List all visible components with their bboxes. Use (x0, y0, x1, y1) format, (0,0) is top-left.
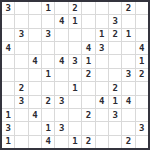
empty-cell-r10c3[interactable] (29, 122, 41, 134)
clue-cell-r4c8: 3 (96, 42, 108, 54)
empty-cell-r6c5[interactable] (55, 69, 67, 81)
clue-cell-r5c3: 4 (29, 55, 41, 67)
clue-cell-r9c1: 1 (2, 109, 14, 121)
empty-cell-r1c8[interactable] (96, 2, 108, 14)
clue-cell-r1c10: 2 (122, 2, 134, 14)
clue-cell-r6c4: 1 (42, 69, 54, 81)
clue-cell-r10c4: 1 (42, 122, 54, 134)
empty-cell-r6c2[interactable] (15, 69, 27, 81)
clue-cell-r8c8: 4 (96, 96, 108, 108)
empty-cell-r9c4[interactable] (42, 109, 54, 121)
empty-cell-r6c8[interactable] (96, 69, 108, 81)
clue-cell-r1c6: 2 (69, 2, 81, 14)
clue-cell-r6c7: 2 (82, 69, 94, 81)
clue-cell-r4c7: 4 (82, 42, 94, 54)
clue-cell-r4c11: 4 (136, 42, 148, 54)
empty-cell-r11c8[interactable] (96, 136, 108, 148)
clue-cell-r6c11: 2 (136, 69, 148, 81)
empty-cell-r7c7[interactable] (82, 82, 94, 94)
clue-cell-r11c1: 1 (2, 136, 14, 148)
empty-cell-r1c7[interactable] (82, 2, 94, 14)
empty-cell-r7c10[interactable] (122, 82, 134, 94)
clue-cell-r10c5: 3 (55, 122, 67, 134)
empty-cell-r11c5[interactable] (55, 136, 67, 148)
empty-cell-r6c3[interactable] (29, 69, 41, 81)
clue-cell-r4c1: 4 (2, 42, 14, 54)
clue-cell-r10c1: 3 (2, 122, 14, 134)
clue-cell-r11c6: 1 (69, 136, 81, 148)
clue-cell-r8c2: 3 (15, 96, 27, 108)
empty-cell-r11c9[interactable] (109, 136, 121, 148)
empty-cell-r9c8[interactable] (96, 109, 108, 121)
empty-cell-r2c11[interactable] (136, 15, 148, 27)
empty-cell-r4c10[interactable] (122, 42, 134, 54)
empty-cell-r1c2[interactable] (15, 2, 27, 14)
empty-cell-r8c1[interactable] (2, 96, 14, 108)
clue-cell-r2c9: 3 (109, 15, 121, 27)
empty-cell-r1c5[interactable] (55, 2, 67, 14)
empty-cell-r10c9[interactable] (109, 122, 121, 134)
empty-cell-r8c3[interactable] (29, 96, 41, 108)
clue-cell-r3c10: 1 (122, 29, 134, 41)
empty-cell-r3c3[interactable] (29, 29, 41, 41)
empty-cell-r8c6[interactable] (69, 96, 81, 108)
clue-cell-r10c11: 3 (136, 122, 148, 134)
empty-cell-r4c9[interactable] (109, 42, 121, 54)
clue-cell-r5c5: 4 (55, 55, 67, 67)
empty-cell-r5c4[interactable] (42, 55, 54, 67)
empty-cell-r2c3[interactable] (29, 15, 41, 27)
empty-cell-r7c11[interactable] (136, 82, 148, 94)
empty-cell-r3c11[interactable] (136, 29, 148, 41)
clue-cell-r9c9: 3 (109, 109, 121, 121)
empty-cell-r6c1[interactable] (2, 69, 14, 81)
clue-cell-r2c5: 4 (55, 15, 67, 27)
empty-cell-r2c2[interactable] (15, 15, 27, 27)
empty-cell-r8c7[interactable] (82, 96, 94, 108)
clue-cell-r3c8: 1 (96, 29, 108, 41)
empty-cell-r6c9[interactable] (109, 69, 121, 81)
empty-cell-r1c9[interactable] (109, 2, 121, 14)
clue-cell-r7c9: 2 (109, 82, 121, 94)
empty-cell-r11c3[interactable] (29, 136, 41, 148)
empty-cell-r7c8[interactable] (96, 82, 108, 94)
empty-cell-r5c1[interactable] (2, 55, 14, 67)
empty-cell-r10c8[interactable] (96, 122, 108, 134)
puzzle-board: 3122413331214434443111232212323414142331… (0, 0, 150, 150)
clue-cell-r8c4: 2 (42, 96, 54, 108)
empty-cell-r7c4[interactable] (42, 82, 54, 94)
empty-cell-r11c11[interactable] (136, 136, 148, 148)
empty-cell-r5c9[interactable] (109, 55, 121, 67)
clue-cell-r8c10: 4 (122, 96, 134, 108)
clue-cell-r11c10: 2 (122, 136, 134, 148)
clue-cell-r9c7: 2 (82, 109, 94, 121)
empty-cell-r10c7[interactable] (82, 122, 94, 134)
empty-cell-r4c3[interactable] (29, 42, 41, 54)
empty-cell-r10c6[interactable] (69, 122, 81, 134)
empty-cell-r10c2[interactable] (15, 122, 27, 134)
empty-cell-r6c6[interactable] (69, 69, 81, 81)
clue-cell-r1c1: 3 (2, 2, 14, 14)
empty-cell-r1c3[interactable] (29, 2, 41, 14)
empty-cell-r2c1[interactable] (2, 15, 14, 27)
empty-cell-r4c6[interactable] (69, 42, 81, 54)
empty-cell-r2c8[interactable] (96, 15, 108, 27)
clue-cell-r5c7: 1 (82, 55, 94, 67)
empty-cell-r1c11[interactable] (136, 2, 148, 14)
empty-cell-r9c2[interactable] (15, 109, 27, 121)
empty-cell-r2c4[interactable] (42, 15, 54, 27)
empty-cell-r4c4[interactable] (42, 42, 54, 54)
empty-cell-r11c2[interactable] (15, 136, 27, 148)
clue-cell-r3c9: 2 (109, 29, 121, 41)
clue-cell-r11c4: 4 (42, 136, 54, 148)
clue-cell-r5c11: 1 (136, 55, 148, 67)
clue-cell-r5c6: 3 (69, 55, 81, 67)
clue-cell-r7c2: 2 (15, 82, 27, 94)
empty-cell-r2c10[interactable] (122, 15, 134, 27)
empty-cell-r4c5[interactable] (55, 42, 67, 54)
empty-cell-r3c6[interactable] (69, 29, 81, 41)
clue-cell-r11c7: 2 (82, 136, 94, 148)
empty-cell-r5c10[interactable] (122, 55, 134, 67)
empty-cell-r7c5[interactable] (55, 82, 67, 94)
clue-cell-r3c4: 3 (42, 29, 54, 41)
empty-cell-r10c10[interactable] (122, 122, 134, 134)
clue-cell-r7c6: 1 (69, 82, 81, 94)
empty-cell-r4c2[interactable] (15, 42, 27, 54)
empty-cell-r3c7[interactable] (82, 29, 94, 41)
empty-cell-r9c5[interactable] (55, 109, 67, 121)
empty-cell-r5c8[interactable] (96, 55, 108, 67)
clue-cell-r8c9: 1 (109, 96, 121, 108)
clue-cell-r8c5: 3 (55, 96, 67, 108)
empty-cell-r3c1[interactable] (2, 29, 14, 41)
clue-cell-r6c10: 3 (122, 69, 134, 81)
clue-cell-r9c3: 4 (29, 109, 41, 121)
empty-cell-r3c5[interactable] (55, 29, 67, 41)
empty-cell-r8c11[interactable] (136, 96, 148, 108)
empty-cell-r7c1[interactable] (2, 82, 14, 94)
empty-cell-r7c3[interactable] (29, 82, 41, 94)
clue-cell-r3c2: 3 (15, 29, 27, 41)
clue-cell-r2c6: 1 (69, 15, 81, 27)
empty-cell-r9c6[interactable] (69, 109, 81, 121)
empty-cell-r9c11[interactable] (136, 109, 148, 121)
empty-cell-r2c7[interactable] (82, 15, 94, 27)
clue-cell-r1c4: 1 (42, 2, 54, 14)
empty-cell-r9c10[interactable] (122, 109, 134, 121)
empty-cell-r5c2[interactable] (15, 55, 27, 67)
